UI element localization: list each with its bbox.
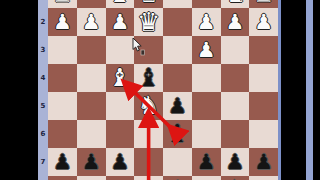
square-e2[interactable]: ♛ (134, 8, 163, 36)
square-b8[interactable]: ♞ (221, 176, 250, 180)
square-c7[interactable]: ♟ (192, 148, 221, 176)
piece-bK-e8[interactable]: ♚ (134, 176, 163, 180)
square-d4[interactable] (163, 64, 192, 92)
square-h6[interactable] (48, 120, 77, 148)
square-h5[interactable] (48, 92, 77, 120)
square-f5[interactable] (106, 92, 135, 120)
square-d8[interactable]: ♛ (163, 176, 192, 180)
square-b1[interactable]: ♞ (221, 0, 250, 8)
square-f3[interactable] (106, 36, 135, 64)
piece-wB-f1[interactable]: ♝ (106, 0, 135, 8)
square-a5[interactable] (249, 92, 278, 120)
square-a3[interactable] (249, 36, 278, 64)
rank-label-5: 5 (38, 102, 48, 110)
piece-wP-a2[interactable]: ♟ (249, 8, 278, 36)
square-c2[interactable]: ♟ (192, 8, 221, 36)
square-g5[interactable] (77, 92, 106, 120)
square-g4[interactable] (77, 64, 106, 92)
square-a8[interactable]: ♜ (249, 176, 278, 180)
square-h7[interactable]: ♟ (48, 148, 77, 176)
piece-wP-h2[interactable]: ♟ (48, 8, 77, 36)
piece-bB-d6[interactable]: ♝ (163, 120, 192, 148)
square-c8[interactable] (192, 176, 221, 180)
square-g8[interactable] (77, 176, 106, 180)
square-h4[interactable] (48, 64, 77, 92)
square-e4[interactable]: ♝ (134, 64, 163, 92)
square-f8[interactable] (106, 176, 135, 180)
square-f1[interactable]: ♝ (106, 0, 135, 8)
square-g3[interactable] (77, 36, 106, 64)
piece-bR-a8[interactable]: ♜ (249, 176, 278, 180)
piece-bP-c7[interactable]: ♟ (192, 148, 221, 176)
piece-wN-b1[interactable]: ♞ (221, 0, 250, 8)
square-e3[interactable] (134, 36, 163, 64)
rank-label-4: 4 (38, 74, 48, 82)
piece-bP-d5[interactable]: ♟ (163, 92, 192, 120)
square-b7[interactable]: ♟ (221, 148, 250, 176)
square-g1[interactable] (77, 0, 106, 8)
chess-app-frame: 12345678 ♜♝♚♞♜♟♟♟♛♟♟♟♟♝♝♞♟♝♟♟♟♟♟♟♜♚♛♞♜ (0, 0, 320, 180)
rank-label-2: 2 (38, 18, 48, 26)
rank-coordinate-strip: 12345678 (38, 0, 48, 180)
window-side-strip (306, 0, 313, 180)
square-c6[interactable] (192, 120, 221, 148)
piece-wN-e5[interactable]: ♞ (134, 92, 163, 120)
square-d7[interactable] (163, 148, 192, 176)
square-f4[interactable]: ♝ (106, 64, 135, 92)
piece-bP-g7[interactable]: ♟ (77, 148, 106, 176)
piece-wR-a1[interactable]: ♜ (249, 0, 278, 8)
square-c3[interactable]: ♟ (192, 36, 221, 64)
piece-wQ-e2[interactable]: ♛ (134, 8, 163, 36)
square-g2[interactable]: ♟ (77, 8, 106, 36)
square-a1[interactable]: ♜ (249, 0, 278, 8)
square-c4[interactable] (192, 64, 221, 92)
piece-bP-f7[interactable]: ♟ (106, 148, 135, 176)
square-e8[interactable]: ♚ (134, 176, 163, 180)
board-edge-strip (278, 0, 281, 180)
square-d2[interactable] (163, 8, 192, 36)
piece-bB-e4[interactable]: ♝ (134, 64, 163, 92)
piece-bR-h8[interactable]: ♜ (48, 176, 77, 180)
square-e7[interactable] (134, 148, 163, 176)
piece-wP-g2[interactable]: ♟ (77, 8, 106, 36)
piece-bP-h7[interactable]: ♟ (48, 148, 77, 176)
square-a4[interactable] (249, 64, 278, 92)
square-a6[interactable] (249, 120, 278, 148)
square-d5[interactable]: ♟ (163, 92, 192, 120)
square-g6[interactable] (77, 120, 106, 148)
square-a2[interactable]: ♟ (249, 8, 278, 36)
piece-bP-b7[interactable]: ♟ (221, 148, 250, 176)
piece-bQ-d8[interactable]: ♛ (163, 176, 192, 180)
rank-label-7: 7 (38, 158, 48, 166)
piece-wP-c2[interactable]: ♟ (192, 8, 221, 36)
square-d1[interactable] (163, 0, 192, 8)
piece-wP-c3[interactable]: ♟ (192, 36, 221, 64)
rank-label-6: 6 (38, 130, 48, 138)
piece-wP-f2[interactable]: ♟ (106, 8, 135, 36)
square-b5[interactable] (221, 92, 250, 120)
square-f6[interactable] (106, 120, 135, 148)
square-f2[interactable]: ♟ (106, 8, 135, 36)
piece-wR-h1[interactable]: ♜ (48, 0, 77, 8)
square-b4[interactable] (221, 64, 250, 92)
square-a7[interactable]: ♟ (249, 148, 278, 176)
square-c5[interactable] (192, 92, 221, 120)
square-d6[interactable]: ♝ (163, 120, 192, 148)
square-d3[interactable] (163, 36, 192, 64)
piece-wP-b2[interactable]: ♟ (221, 8, 250, 36)
square-h8[interactable]: ♜ (48, 176, 77, 180)
square-h3[interactable] (48, 36, 77, 64)
square-f7[interactable]: ♟ (106, 148, 135, 176)
square-b3[interactable] (221, 36, 250, 64)
square-e6[interactable] (134, 120, 163, 148)
square-e5[interactable]: ♞ (134, 92, 163, 120)
square-b6[interactable] (221, 120, 250, 148)
square-h2[interactable]: ♟ (48, 8, 77, 36)
square-c1[interactable] (192, 0, 221, 8)
piece-wB-f4[interactable]: ♝ (106, 64, 135, 92)
square-h1[interactable]: ♜ (48, 0, 77, 8)
square-g7[interactable]: ♟ (77, 148, 106, 176)
square-b2[interactable]: ♟ (221, 8, 250, 36)
chess-board[interactable]: ♜♝♚♞♜♟♟♟♛♟♟♟♟♝♝♞♟♝♟♟♟♟♟♟♜♚♛♞♜ (48, 0, 278, 180)
rank-label-3: 3 (38, 46, 48, 54)
piece-bP-a7[interactable]: ♟ (249, 148, 278, 176)
piece-bN-b8[interactable]: ♞ (221, 176, 250, 180)
